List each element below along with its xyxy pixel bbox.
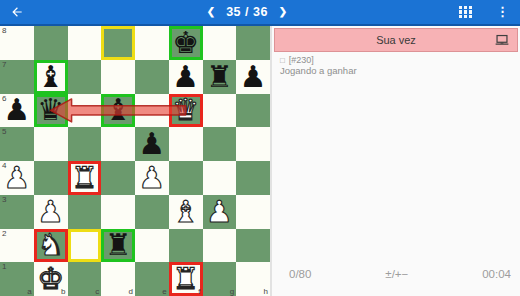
rank-label-2: 2: [2, 229, 6, 238]
square-a3[interactable]: 3: [0, 195, 34, 229]
piece-white-queen[interactable]: ♛: [169, 94, 203, 128]
square-d1[interactable]: d: [101, 262, 135, 296]
square-e1[interactable]: e: [135, 262, 169, 296]
square-g6[interactable]: [203, 94, 237, 128]
square-g1[interactable]: g: [203, 262, 237, 296]
square-a5[interactable]: 5: [0, 127, 34, 161]
square-e8[interactable]: [135, 26, 169, 60]
square-d5[interactable]: [101, 127, 135, 161]
computer-icon[interactable]: [493, 32, 511, 49]
square-b4[interactable]: [34, 161, 68, 195]
turn-banner-text: Sua vez: [376, 34, 416, 46]
square-b1[interactable]: b♚: [34, 262, 68, 296]
app-bar: ❮ 35 / 36 ❯ ⋮: [0, 0, 520, 26]
prev-puzzle-button[interactable]: ❮: [207, 0, 215, 24]
square-d6[interactable]: ♝: [101, 94, 135, 128]
square-d7[interactable]: [101, 60, 135, 94]
square-g4[interactable]: [203, 161, 237, 195]
exercise-line: □ [#230]: [280, 55, 314, 65]
square-a2[interactable]: 2: [0, 229, 34, 263]
next-puzzle-button[interactable]: ❯: [279, 0, 287, 24]
status-bar: 0/80 ±/+− 00:04: [289, 268, 511, 280]
square-a6[interactable]: 6♟: [0, 94, 34, 128]
piece-black-king[interactable]: ♚: [169, 26, 203, 60]
file-label-a: a: [27, 287, 31, 296]
exercise-id: [#230]: [289, 55, 314, 65]
square-g8[interactable]: [203, 26, 237, 60]
square-a4[interactable]: 4♟: [0, 161, 34, 195]
square-f2[interactable]: [169, 229, 203, 263]
side-panel: Sua vez □ [#230] Jogando a ganhar 0/80 ±…: [270, 26, 520, 296]
piece-white-rook[interactable]: ♜: [169, 262, 203, 296]
square-c2[interactable]: [68, 229, 102, 263]
square-h4[interactable]: [236, 161, 270, 195]
piece-white-pawn[interactable]: ♟: [135, 161, 169, 195]
piece-black-rook[interactable]: ♜: [203, 60, 237, 94]
rank-label-8: 8: [2, 26, 6, 35]
square-b5[interactable]: [34, 127, 68, 161]
rank-label-5: 5: [2, 127, 6, 136]
square-h1[interactable]: h: [236, 262, 270, 296]
rank-label-7: 7: [2, 60, 6, 69]
square-e4[interactable]: ♟: [135, 161, 169, 195]
square-d2[interactable]: ♜: [101, 229, 135, 263]
square-g3[interactable]: ♟: [203, 195, 237, 229]
square-b8[interactable]: [34, 26, 68, 60]
square-e6[interactable]: [135, 94, 169, 128]
evaluation-button[interactable]: ±/+−: [385, 268, 408, 280]
piece-black-rook[interactable]: ♜: [101, 229, 135, 263]
square-h5[interactable]: [236, 127, 270, 161]
square-c1[interactable]: c: [68, 262, 102, 296]
square-h6[interactable]: [236, 94, 270, 128]
square-c7[interactable]: [68, 60, 102, 94]
back-button[interactable]: [9, 4, 27, 20]
square-b3[interactable]: ♟: [34, 195, 68, 229]
rank-label-3: 3: [2, 195, 6, 204]
square-c8[interactable]: [68, 26, 102, 60]
square-g2[interactable]: [203, 229, 237, 263]
piece-black-bishop[interactable]: ♝: [101, 94, 135, 128]
square-d8[interactable]: [101, 26, 135, 60]
square-f1[interactable]: f♜: [169, 262, 203, 296]
turn-banner: Sua vez: [274, 28, 518, 52]
file-label-c: c: [95, 287, 99, 296]
file-label-g: g: [230, 287, 234, 296]
chess-board: 8♚7♝♟♜♟6♟♛♝♛5♟4♟♜♟3♟♝♟2♞♜1ab♚cdef♜gh: [0, 26, 270, 296]
file-label-h: h: [264, 287, 268, 296]
piece-black-queen[interactable]: ♛: [34, 94, 68, 128]
square-c3[interactable]: [68, 195, 102, 229]
square-d3[interactable]: [101, 195, 135, 229]
square-b2[interactable]: ♞: [34, 229, 68, 263]
square-h7[interactable]: ♟: [236, 60, 270, 94]
score-counter: 0/80: [289, 268, 311, 280]
piece-black-pawn[interactable]: ♟: [135, 127, 169, 161]
square-f7[interactable]: ♟: [169, 60, 203, 94]
piece-white-knight[interactable]: ♞: [34, 229, 68, 263]
square-h3[interactable]: [236, 195, 270, 229]
square-f4[interactable]: [169, 161, 203, 195]
square-d4[interactable]: [101, 161, 135, 195]
square-a8[interactable]: 8: [0, 26, 34, 60]
piece-black-pawn[interactable]: ♟: [0, 94, 34, 128]
square-b6[interactable]: ♛: [34, 94, 68, 128]
board-grid-icon[interactable]: [459, 6, 472, 19]
rank-label-1: 1: [2, 262, 6, 271]
piece-black-pawn[interactable]: ♟: [169, 60, 203, 94]
square-f6[interactable]: ♛: [169, 94, 203, 128]
square-c6[interactable]: [68, 94, 102, 128]
square-e3[interactable]: [135, 195, 169, 229]
square-h8[interactable]: [236, 26, 270, 60]
piece-black-bishop[interactable]: ♝: [34, 60, 68, 94]
square-g7[interactable]: ♜: [203, 60, 237, 94]
puzzle-navigator: ❮ 35 / 36 ❯: [207, 0, 288, 24]
piece-white-bishop[interactable]: ♝: [169, 195, 203, 229]
piece-white-rook[interactable]: ♜: [68, 161, 102, 195]
square-e2[interactable]: [135, 229, 169, 263]
piece-white-pawn[interactable]: ♟: [203, 195, 237, 229]
square-h2[interactable]: [236, 229, 270, 263]
app-bar-actions: ⋮: [459, 0, 509, 24]
piece-white-pawn[interactable]: ♟: [34, 195, 68, 229]
puzzle-counter: 35 / 36: [226, 5, 268, 19]
square-f5[interactable]: [169, 127, 203, 161]
square-e7[interactable]: [135, 60, 169, 94]
square-a1[interactable]: 1a: [0, 262, 34, 296]
file-label-d: d: [129, 287, 133, 296]
piece-black-pawn[interactable]: ♟: [236, 60, 270, 94]
exercise-subtitle: Jogando a ganhar: [280, 65, 357, 76]
square-b7[interactable]: ♝: [34, 60, 68, 94]
square-f8[interactable]: ♚: [169, 26, 203, 60]
square-c5[interactable]: [68, 127, 102, 161]
piece-white-king[interactable]: ♚: [34, 262, 68, 296]
timer: 00:04: [482, 268, 511, 280]
square-e5[interactable]: ♟: [135, 127, 169, 161]
piece-white-pawn[interactable]: ♟: [0, 161, 34, 195]
file-label-e: e: [162, 287, 166, 296]
arrow-left-icon: [9, 5, 25, 19]
square-g5[interactable]: [203, 127, 237, 161]
exercise-marker-icon: □: [280, 56, 285, 65]
square-a7[interactable]: 7: [0, 60, 34, 94]
square-f3[interactable]: ♝: [169, 195, 203, 229]
square-c4[interactable]: ♜: [68, 161, 102, 195]
overflow-menu-icon[interactable]: ⋮: [496, 0, 509, 24]
